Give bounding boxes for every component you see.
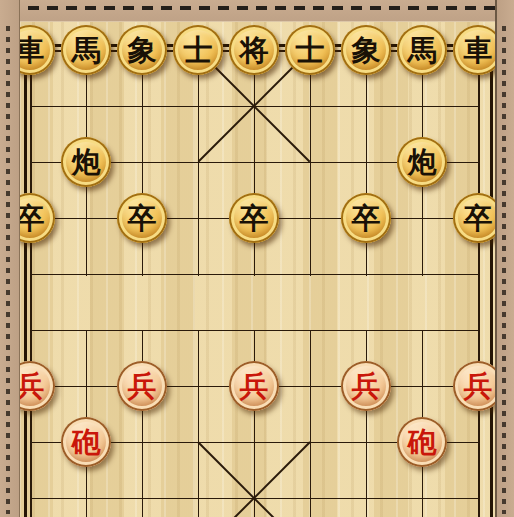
piece-black-soldier[interactable]: 卒 bbox=[229, 193, 279, 243]
river-zone bbox=[32, 276, 478, 329]
piece-black-advisor[interactable]: 士 bbox=[285, 25, 335, 75]
piece-red-soldier[interactable]: 兵 bbox=[229, 361, 279, 411]
xiangqi-app-window: 車 馬 象 士 将 士 象 馬 車 炮 炮 卒 卒 卒 卒 卒 兵 兵 兵 兵 … bbox=[0, 0, 514, 517]
piece-red-soldier[interactable]: 兵 bbox=[341, 361, 391, 411]
border-left bbox=[0, 0, 20, 517]
piece-glyph: 車 bbox=[464, 36, 493, 65]
piece-glyph: 砲 bbox=[408, 428, 437, 457]
piece-red-cannon[interactable]: 砲 bbox=[397, 417, 447, 467]
piece-black-cannon[interactable]: 炮 bbox=[61, 137, 111, 187]
piece-black-horse[interactable]: 馬 bbox=[61, 25, 111, 75]
piece-glyph: 兵 bbox=[240, 372, 269, 401]
piece-black-general[interactable]: 将 bbox=[229, 25, 279, 75]
border-top bbox=[0, 0, 514, 22]
piece-glyph: 士 bbox=[184, 36, 213, 65]
piece-glyph: 馬 bbox=[408, 36, 437, 65]
piece-glyph: 砲 bbox=[72, 428, 101, 457]
xiangqi-board[interactable]: 車 馬 象 士 将 士 象 馬 車 炮 炮 卒 卒 卒 卒 卒 兵 兵 兵 兵 … bbox=[30, 50, 480, 517]
right-edge-line bbox=[478, 50, 480, 517]
piece-black-elephant[interactable]: 象 bbox=[341, 25, 391, 75]
border-right bbox=[495, 0, 514, 517]
piece-glyph: 兵 bbox=[128, 372, 157, 401]
piece-glyph: 象 bbox=[352, 36, 381, 65]
piece-black-cannon[interactable]: 炮 bbox=[397, 137, 447, 187]
piece-glyph: 象 bbox=[128, 36, 157, 65]
piece-black-soldier[interactable]: 卒 bbox=[117, 193, 167, 243]
piece-glyph: 炮 bbox=[72, 148, 101, 177]
piece-black-horse[interactable]: 馬 bbox=[397, 25, 447, 75]
piece-black-advisor[interactable]: 士 bbox=[173, 25, 223, 75]
piece-glyph: 卒 bbox=[128, 204, 157, 233]
piece-red-soldier[interactable]: 兵 bbox=[117, 361, 167, 411]
piece-glyph: 兵 bbox=[352, 372, 381, 401]
piece-glyph: 馬 bbox=[72, 36, 101, 65]
piece-glyph: 卒 bbox=[240, 204, 269, 233]
stitch-dashes-icon bbox=[6, 26, 10, 514]
piece-glyph: 将 bbox=[240, 36, 269, 65]
piece-glyph: 士 bbox=[296, 36, 325, 65]
piece-black-soldier[interactable]: 卒 bbox=[341, 193, 391, 243]
piece-glyph: 卒 bbox=[464, 204, 493, 233]
piece-glyph: 兵 bbox=[464, 372, 493, 401]
piece-glyph: 卒 bbox=[352, 204, 381, 233]
piece-glyph: 炮 bbox=[408, 148, 437, 177]
stitch-dashes-icon bbox=[502, 26, 506, 514]
stitch-dashes-icon bbox=[9, 6, 502, 10]
piece-black-elephant[interactable]: 象 bbox=[117, 25, 167, 75]
piece-red-cannon[interactable]: 砲 bbox=[61, 417, 111, 467]
